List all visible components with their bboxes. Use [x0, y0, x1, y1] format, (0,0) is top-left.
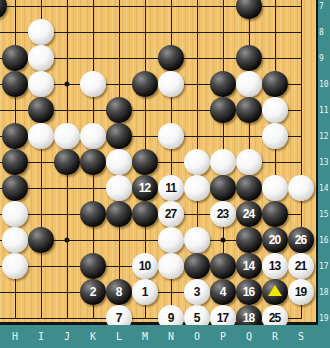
intersection-I10[interactable]	[28, 71, 54, 97]
move-number: 9	[168, 312, 174, 324]
white-stone-H15	[2, 201, 28, 227]
white-stone-N14: 11	[158, 175, 184, 201]
intersection-H9[interactable]	[2, 45, 28, 71]
intersection-L8[interactable]	[106, 19, 132, 45]
white-stone-P13	[210, 149, 236, 175]
intersection-M16[interactable]	[132, 227, 158, 253]
intersection-N8[interactable]	[158, 19, 184, 45]
intersection-S9[interactable]	[288, 45, 314, 71]
coord-label-R: R	[272, 331, 278, 342]
black-stone-Q11	[236, 97, 262, 123]
intersection-Q9[interactable]	[236, 45, 262, 71]
intersection-I17[interactable]	[28, 253, 54, 279]
coord-label-9: 9	[319, 54, 324, 63]
intersection-I18[interactable]	[28, 279, 54, 305]
triangle-marker	[268, 285, 282, 296]
black-stone-H12	[2, 123, 28, 149]
intersection-K11[interactable]	[80, 97, 106, 123]
move-number: 2	[90, 286, 96, 298]
white-stone-S14	[288, 175, 314, 201]
white-stone-L14	[106, 175, 132, 201]
intersection-R8[interactable]	[262, 19, 288, 45]
intersection-N13[interactable]	[158, 149, 184, 175]
intersection-K16[interactable]	[80, 227, 106, 253]
black-stone-L11	[106, 97, 132, 123]
black-stone-K15	[80, 201, 106, 227]
black-stone-H10	[2, 71, 28, 97]
intersection-J18[interactable]	[54, 279, 80, 305]
intersection-Q13[interactable]	[236, 149, 262, 175]
white-stone-S18: 19	[288, 279, 314, 305]
intersection-N14[interactable]: 11	[158, 175, 184, 201]
intersection-R12[interactable]	[262, 123, 288, 149]
intersection-K9[interactable]	[80, 45, 106, 71]
white-stone-Q13	[236, 149, 262, 175]
intersection-R18[interactable]	[262, 279, 288, 305]
intersection-S12[interactable]	[288, 123, 314, 149]
intersection-P12[interactable]	[210, 123, 236, 149]
move-number: 20	[269, 234, 280, 246]
intersection-P15[interactable]: 23	[210, 201, 236, 227]
black-stone-Q16	[236, 227, 262, 253]
intersection-N10[interactable]	[158, 71, 184, 97]
intersection-L15[interactable]	[106, 201, 132, 227]
coord-label-8: 8	[319, 28, 324, 37]
black-stone-H14	[2, 175, 28, 201]
intersection-Q15[interactable]: 24	[236, 201, 262, 227]
white-stone-O14	[184, 175, 210, 201]
move-number: 14	[243, 260, 254, 272]
intersection-J8[interactable]	[54, 19, 80, 45]
white-stone-N15: 27	[158, 201, 184, 227]
intersection-M18[interactable]: 1	[132, 279, 158, 305]
intersection-Q17[interactable]: 14	[236, 253, 262, 279]
intersection-K8[interactable]	[80, 19, 106, 45]
coord-label-H: H	[12, 331, 18, 342]
intersection-K7[interactable]	[80, 0, 106, 19]
intersection-M14[interactable]: 12	[132, 175, 158, 201]
black-stone-L15	[106, 201, 132, 227]
intersection-O17[interactable]	[184, 253, 210, 279]
intersection-R15[interactable]	[262, 201, 288, 227]
coord-label-19: 19	[319, 314, 329, 323]
intersection-R16[interactable]: 20	[262, 227, 288, 253]
intersection-Q14[interactable]	[236, 175, 262, 201]
move-number: 5	[194, 312, 200, 324]
intersection-S16[interactable]: 26	[288, 227, 314, 253]
intersection-R11[interactable]	[262, 97, 288, 123]
intersection-R17[interactable]: 13	[262, 253, 288, 279]
intersection-S14[interactable]	[288, 175, 314, 201]
intersection-L10[interactable]	[106, 71, 132, 97]
intersection-K13[interactable]	[80, 149, 106, 175]
move-number: 25	[269, 312, 280, 324]
black-stone-H9	[2, 45, 28, 71]
intersection-I8[interactable]	[28, 19, 54, 45]
intersection-P13[interactable]	[210, 149, 236, 175]
black-stone-R16: 20	[262, 227, 288, 253]
intersection-S11[interactable]	[288, 97, 314, 123]
black-stone-J13	[54, 149, 80, 175]
white-stone-N12	[158, 123, 184, 149]
intersection-M9[interactable]	[132, 45, 158, 71]
intersection-O11[interactable]	[184, 97, 210, 123]
go-diagram-window: 1211272324202610141321281341619795171825…	[0, 0, 330, 348]
black-stone-O17	[184, 253, 210, 279]
move-number: 3	[194, 286, 200, 298]
intersection-N15[interactable]: 27	[158, 201, 184, 227]
intersection-N9[interactable]	[158, 45, 184, 71]
black-stone-S16: 26	[288, 227, 314, 253]
intersection-Q12[interactable]	[236, 123, 262, 149]
intersection-M7[interactable]	[132, 0, 158, 19]
intersection-L11[interactable]	[106, 97, 132, 123]
intersection-K17[interactable]	[80, 253, 106, 279]
intersection-K12[interactable]	[80, 123, 106, 149]
black-stone-P14	[210, 175, 236, 201]
move-number: 10	[139, 260, 150, 272]
bottom-coordinate-strip: HIJKLMNOPQRS	[0, 325, 318, 348]
intersection-N12[interactable]	[158, 123, 184, 149]
black-stone-R18	[262, 279, 288, 305]
intersection-K10[interactable]	[80, 71, 106, 97]
intersection-H10[interactable]	[2, 71, 28, 97]
intersection-J13[interactable]	[54, 149, 80, 175]
white-stone-I10	[28, 71, 54, 97]
right-coordinate-strip: 78910111213141516171819	[318, 0, 330, 348]
black-stone-M10	[132, 71, 158, 97]
intersection-I16[interactable]	[28, 227, 54, 253]
black-stone-L18: 8	[106, 279, 132, 305]
intersection-L18[interactable]: 8	[106, 279, 132, 305]
intersection-O18[interactable]: 3	[184, 279, 210, 305]
intersection-L12[interactable]	[106, 123, 132, 149]
move-number: 24	[243, 208, 254, 220]
black-stone-K18: 2	[80, 279, 106, 305]
white-stone-H16	[2, 227, 28, 253]
coord-label-14: 14	[319, 184, 329, 193]
white-stone-S17: 21	[288, 253, 314, 279]
intersection-H15[interactable]	[2, 201, 28, 227]
intersection-N7[interactable]	[158, 0, 184, 19]
intersection-K15[interactable]	[80, 201, 106, 227]
white-stone-M17: 10	[132, 253, 158, 279]
move-number: 12	[139, 182, 150, 194]
move-number: 4	[220, 286, 226, 298]
intersection-R9[interactable]	[262, 45, 288, 71]
intersection-Q7[interactable]	[236, 0, 262, 19]
white-stone-L13	[106, 149, 132, 175]
intersection-Q10[interactable]	[236, 71, 262, 97]
intersection-R10[interactable]	[262, 71, 288, 97]
intersection-O15[interactable]	[184, 201, 210, 227]
intersection-S17[interactable]: 21	[288, 253, 314, 279]
white-stone-O16	[184, 227, 210, 253]
black-stone-M15	[132, 201, 158, 227]
intersection-N16[interactable]	[158, 227, 184, 253]
white-stone-R17: 13	[262, 253, 288, 279]
intersection-O9[interactable]	[184, 45, 210, 71]
intersection-M10[interactable]	[132, 71, 158, 97]
intersection-H17[interactable]	[2, 253, 28, 279]
coord-label-L: L	[116, 331, 122, 342]
intersection-K14[interactable]	[80, 175, 106, 201]
white-stone-J12	[54, 123, 80, 149]
black-stone-P10	[210, 71, 236, 97]
intersection-I9[interactable]	[28, 45, 54, 71]
coord-label-I: I	[38, 331, 44, 342]
intersection-O14[interactable]	[184, 175, 210, 201]
intersection-I11[interactable]	[28, 97, 54, 123]
black-stone-M14: 12	[132, 175, 158, 201]
move-number: 18	[243, 312, 254, 324]
white-stone-O13	[184, 149, 210, 175]
intersection-H16[interactable]	[2, 227, 28, 253]
black-stone-Q7	[236, 0, 262, 19]
intersection-M11[interactable]	[132, 97, 158, 123]
intersection-O10[interactable]	[184, 71, 210, 97]
intersection-J16[interactable]	[54, 227, 80, 253]
move-number: 1	[142, 286, 148, 298]
intersection-M13[interactable]	[132, 149, 158, 175]
white-stone-P15: 23	[210, 201, 236, 227]
intersection-I12[interactable]	[28, 123, 54, 149]
black-stone-K17	[80, 253, 106, 279]
coord-label-S: S	[298, 331, 304, 342]
intersection-L13[interactable]	[106, 149, 132, 175]
intersection-R13[interactable]	[262, 149, 288, 175]
intersection-M17[interactable]: 10	[132, 253, 158, 279]
intersection-H14[interactable]	[2, 175, 28, 201]
black-stone-L12	[106, 123, 132, 149]
coord-label-13: 13	[319, 158, 329, 167]
move-number: 17	[217, 312, 228, 324]
intersection-O13[interactable]	[184, 149, 210, 175]
white-stone-M18: 1	[132, 279, 158, 305]
intersection-M8[interactable]	[132, 19, 158, 45]
intersection-H13[interactable]	[2, 149, 28, 175]
move-number: 7	[116, 312, 122, 324]
black-stone-Q17: 14	[236, 253, 262, 279]
intersection-I15[interactable]	[28, 201, 54, 227]
white-stone-N16	[158, 227, 184, 253]
intersection-M15[interactable]	[132, 201, 158, 227]
black-stone-Q14	[236, 175, 262, 201]
white-stone-K12	[80, 123, 106, 149]
intersection-I13[interactable]	[28, 149, 54, 175]
coord-label-18: 18	[319, 288, 329, 297]
intersection-S8[interactable]	[288, 19, 314, 45]
intersection-N18[interactable]	[158, 279, 184, 305]
intersection-P11[interactable]	[210, 97, 236, 123]
intersection-P16[interactable]	[210, 227, 236, 253]
intersection-J14[interactable]	[54, 175, 80, 201]
move-number: 16	[243, 286, 254, 298]
intersection-Q16[interactable]	[236, 227, 262, 253]
intersection-P14[interactable]	[210, 175, 236, 201]
move-number: 21	[295, 260, 306, 272]
black-stone-Q9	[236, 45, 262, 71]
coord-label-P: P	[220, 331, 226, 342]
black-stone-R10	[262, 71, 288, 97]
intersection-H11[interactable]	[2, 97, 28, 123]
intersection-J17[interactable]	[54, 253, 80, 279]
black-stone-I16	[28, 227, 54, 253]
intersection-R14[interactable]	[262, 175, 288, 201]
intersection-I7[interactable]	[28, 0, 54, 19]
black-stone-K13	[80, 149, 106, 175]
intersection-O16[interactable]	[184, 227, 210, 253]
intersection-J7[interactable]	[54, 0, 80, 19]
coord-label-N: N	[168, 331, 174, 342]
white-stone-I8	[28, 19, 54, 45]
white-stone-I9	[28, 45, 54, 71]
white-stone-Q10	[236, 71, 262, 97]
intersection-P8[interactable]	[210, 19, 236, 45]
white-stone-H17	[2, 253, 28, 279]
intersection-K18[interactable]: 2	[80, 279, 106, 305]
intersection-S15[interactable]	[288, 201, 314, 227]
black-stone-R15	[262, 201, 288, 227]
white-stone-O18: 3	[184, 279, 210, 305]
intersection-R7[interactable]	[262, 0, 288, 19]
black-stone-N9	[158, 45, 184, 71]
intersection-Q18[interactable]: 16	[236, 279, 262, 305]
intersection-P18[interactable]: 4	[210, 279, 236, 305]
coord-label-K: K	[90, 331, 96, 342]
white-stone-R11	[262, 97, 288, 123]
coord-label-O: O	[194, 331, 200, 342]
move-number: 27	[165, 208, 176, 220]
move-number: 8	[116, 286, 122, 298]
intersection-P9[interactable]	[210, 45, 236, 71]
white-stone-K10	[80, 71, 106, 97]
intersection-S10[interactable]	[288, 71, 314, 97]
intersection-I14[interactable]	[28, 175, 54, 201]
move-number: 23	[217, 208, 228, 220]
intersection-J9[interactable]	[54, 45, 80, 71]
coord-label-11: 11	[319, 106, 329, 115]
intersection-H8[interactable]	[2, 19, 28, 45]
coord-label-16: 16	[319, 236, 329, 245]
intersection-P7[interactable]	[210, 0, 236, 19]
intersection-H7[interactable]	[2, 0, 28, 19]
intersection-L14[interactable]	[106, 175, 132, 201]
coord-label-7: 7	[319, 2, 324, 11]
intersection-L7[interactable]	[106, 0, 132, 19]
white-stone-I12	[28, 123, 54, 149]
intersection-O12[interactable]	[184, 123, 210, 149]
intersection-N17[interactable]	[158, 253, 184, 279]
white-stone-R14	[262, 175, 288, 201]
coord-label-Q: Q	[246, 331, 252, 342]
move-number: 13	[269, 260, 280, 272]
intersection-S18[interactable]: 19	[288, 279, 314, 305]
intersection-S7[interactable]	[288, 0, 314, 19]
move-number: 11	[165, 182, 176, 194]
white-stone-N10	[158, 71, 184, 97]
coord-label-12: 12	[319, 132, 329, 141]
coord-label-M: M	[142, 331, 148, 342]
intersection-M12[interactable]	[132, 123, 158, 149]
intersection-H12[interactable]	[2, 123, 28, 149]
coord-label-10: 10	[319, 80, 329, 89]
move-number: 26	[295, 234, 306, 246]
black-stone-P11	[210, 97, 236, 123]
intersection-J10[interactable]	[54, 71, 80, 97]
intersection-L17[interactable]	[106, 253, 132, 279]
black-stone-P18: 4	[210, 279, 236, 305]
stones-grid: 1211272324202610141321281341619795171825	[2, 0, 314, 331]
intersection-Q8[interactable]	[236, 19, 262, 45]
intersection-Q11[interactable]	[236, 97, 262, 123]
intersection-S13[interactable]	[288, 149, 314, 175]
coord-label-17: 17	[319, 262, 329, 271]
black-stone-P17	[210, 253, 236, 279]
intersection-J11[interactable]	[54, 97, 80, 123]
intersection-P10[interactable]	[210, 71, 236, 97]
black-stone-Q18: 16	[236, 279, 262, 305]
black-stone-I11	[28, 97, 54, 123]
intersection-L9[interactable]	[106, 45, 132, 71]
intersection-H18[interactable]	[2, 279, 28, 305]
intersection-O7[interactable]	[184, 0, 210, 19]
move-number: 19	[295, 286, 306, 298]
intersection-J12[interactable]	[54, 123, 80, 149]
intersection-N11[interactable]	[158, 97, 184, 123]
intersection-J15[interactable]	[54, 201, 80, 227]
black-stone-Q15: 24	[236, 201, 262, 227]
intersection-L16[interactable]	[106, 227, 132, 253]
coord-label-J: J	[64, 331, 70, 342]
black-stone-H13	[2, 149, 28, 175]
intersection-P17[interactable]	[210, 253, 236, 279]
white-stone-R12	[262, 123, 288, 149]
intersection-O8[interactable]	[184, 19, 210, 45]
black-stone-M13	[132, 149, 158, 175]
white-stone-N17	[158, 253, 184, 279]
coord-label-15: 15	[319, 210, 329, 219]
